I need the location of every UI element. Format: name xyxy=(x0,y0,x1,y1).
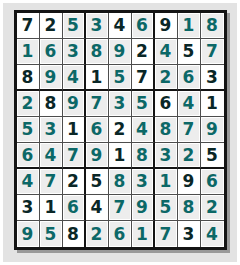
cell-r4c8[interactable]: 4 xyxy=(178,91,201,117)
cell-r3c5[interactable]: 5 xyxy=(109,65,132,91)
cell-r4c9[interactable]: 1 xyxy=(201,91,224,117)
cell-r3c1[interactable]: 8 xyxy=(17,65,40,91)
cell-r2c4[interactable]: 8 xyxy=(86,39,109,65)
cell-r5c6[interactable]: 4 xyxy=(132,117,155,143)
cell-r9c6[interactable]: 1 xyxy=(132,221,155,247)
cell-r5c5[interactable]: 2 xyxy=(109,117,132,143)
cell-r1c3[interactable]: 5 xyxy=(63,13,86,39)
cell-r7c4[interactable]: 5 xyxy=(86,169,109,195)
cell-r8c1[interactable]: 3 xyxy=(17,195,40,221)
cell-r8c2[interactable]: 1 xyxy=(40,195,63,221)
cell-r8c6[interactable]: 9 xyxy=(132,195,155,221)
cell-r6c7[interactable]: 3 xyxy=(155,143,178,169)
sudoku-board: 7253469181638924578941572632897356415316… xyxy=(14,10,227,250)
cell-r9c1[interactable]: 9 xyxy=(17,221,40,247)
cell-r6c3[interactable]: 7 xyxy=(63,143,86,169)
cell-r2c2[interactable]: 6 xyxy=(40,39,63,65)
cell-r2c6[interactable]: 2 xyxy=(132,39,155,65)
cell-r5c9[interactable]: 9 xyxy=(201,117,224,143)
cell-r5c1[interactable]: 5 xyxy=(17,117,40,143)
cell-r5c4[interactable]: 6 xyxy=(86,117,109,143)
cell-r8c4[interactable]: 4 xyxy=(86,195,109,221)
cell-r1c4[interactable]: 3 xyxy=(86,13,109,39)
cell-r3c3[interactable]: 4 xyxy=(63,65,86,91)
cell-r7c6[interactable]: 3 xyxy=(132,169,155,195)
cell-r8c3[interactable]: 6 xyxy=(63,195,86,221)
cell-r9c5[interactable]: 6 xyxy=(109,221,132,247)
cell-r7c7[interactable]: 1 xyxy=(155,169,178,195)
cell-r4c1[interactable]: 2 xyxy=(17,91,40,117)
cell-r4c4[interactable]: 7 xyxy=(86,91,109,117)
cell-r2c3[interactable]: 3 xyxy=(63,39,86,65)
cell-r7c2[interactable]: 7 xyxy=(40,169,63,195)
cell-r8c7[interactable]: 5 xyxy=(155,195,178,221)
cell-r4c7[interactable]: 6 xyxy=(155,91,178,117)
cell-r1c1[interactable]: 7 xyxy=(17,13,40,39)
cell-r6c1[interactable]: 6 xyxy=(17,143,40,169)
cell-r6c2[interactable]: 4 xyxy=(40,143,63,169)
cell-r8c9[interactable]: 2 xyxy=(201,195,224,221)
cell-r3c2[interactable]: 9 xyxy=(40,65,63,91)
cell-r4c6[interactable]: 5 xyxy=(132,91,155,117)
cell-r3c7[interactable]: 2 xyxy=(155,65,178,91)
cell-r7c5[interactable]: 8 xyxy=(109,169,132,195)
cell-r4c5[interactable]: 3 xyxy=(109,91,132,117)
cell-r8c5[interactable]: 7 xyxy=(109,195,132,221)
cell-r9c3[interactable]: 8 xyxy=(63,221,86,247)
cell-r2c7[interactable]: 4 xyxy=(155,39,178,65)
cell-r6c9[interactable]: 5 xyxy=(201,143,224,169)
cell-r1c6[interactable]: 6 xyxy=(132,13,155,39)
cell-r3c8[interactable]: 6 xyxy=(178,65,201,91)
cell-r5c8[interactable]: 7 xyxy=(178,117,201,143)
cell-r9c4[interactable]: 2 xyxy=(86,221,109,247)
cell-r7c8[interactable]: 9 xyxy=(178,169,201,195)
cell-r9c8[interactable]: 3 xyxy=(178,221,201,247)
cell-r1c8[interactable]: 1 xyxy=(178,13,201,39)
cell-r6c6[interactable]: 8 xyxy=(132,143,155,169)
cell-r3c6[interactable]: 7 xyxy=(132,65,155,91)
cell-r6c5[interactable]: 1 xyxy=(109,143,132,169)
cell-r7c9[interactable]: 6 xyxy=(201,169,224,195)
cell-r5c3[interactable]: 1 xyxy=(63,117,86,143)
cell-r9c2[interactable]: 5 xyxy=(40,221,63,247)
cell-r5c2[interactable]: 3 xyxy=(40,117,63,143)
cell-r1c9[interactable]: 8 xyxy=(201,13,224,39)
cell-r8c8[interactable]: 8 xyxy=(178,195,201,221)
cell-r7c3[interactable]: 2 xyxy=(63,169,86,195)
cell-r2c1[interactable]: 1 xyxy=(17,39,40,65)
cell-r9c9[interactable]: 4 xyxy=(201,221,224,247)
cell-r2c8[interactable]: 5 xyxy=(178,39,201,65)
cell-r1c5[interactable]: 4 xyxy=(109,13,132,39)
cell-r6c4[interactable]: 9 xyxy=(86,143,109,169)
cell-r5c7[interactable]: 8 xyxy=(155,117,178,143)
cell-r1c2[interactable]: 2 xyxy=(40,13,63,39)
cell-r1c7[interactable]: 9 xyxy=(155,13,178,39)
cell-r7c1[interactable]: 4 xyxy=(17,169,40,195)
cell-r4c3[interactable]: 9 xyxy=(63,91,86,117)
cell-r4c2[interactable]: 8 xyxy=(40,91,63,117)
cell-r2c9[interactable]: 7 xyxy=(201,39,224,65)
cell-r6c8[interactable]: 2 xyxy=(178,143,201,169)
cell-r3c9[interactable]: 3 xyxy=(201,65,224,91)
cell-r3c4[interactable]: 1 xyxy=(86,65,109,91)
cell-r9c7[interactable]: 7 xyxy=(155,221,178,247)
cell-r2c5[interactable]: 9 xyxy=(109,39,132,65)
